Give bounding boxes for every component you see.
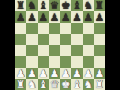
square-e8[interactable]: ♚ xyxy=(60,0,71,11)
square-b6[interactable] xyxy=(26,23,37,34)
square-c3[interactable] xyxy=(38,56,49,67)
square-a3[interactable] xyxy=(15,56,26,67)
chess-board: ♜♞♝♛♚♝♞♜♟♟♟♟♟♟♟♟♟♟♟♟♟♟♟♟♜♞♝♛♚♝♞♜ xyxy=(15,0,105,90)
white-pawn-piece: ♟ xyxy=(27,68,36,78)
black-rook-piece: ♜ xyxy=(95,0,104,10)
square-c7[interactable]: ♟ xyxy=(38,11,49,22)
black-pawn-piece: ♟ xyxy=(95,11,104,21)
square-e7[interactable]: ♟ xyxy=(60,11,71,22)
square-d6[interactable] xyxy=(49,23,60,34)
white-bishop-piece: ♝ xyxy=(72,79,81,89)
square-e3[interactable] xyxy=(60,56,71,67)
black-king-piece: ♚ xyxy=(61,0,70,10)
square-g2[interactable]: ♟ xyxy=(83,68,94,79)
black-pawn-piece: ♟ xyxy=(83,11,92,21)
square-c4[interactable] xyxy=(38,45,49,56)
white-bishop-piece: ♝ xyxy=(38,79,47,89)
black-rook-piece: ♜ xyxy=(16,0,25,10)
square-g3[interactable] xyxy=(83,56,94,67)
black-pawn-piece: ♟ xyxy=(50,11,59,21)
square-f1[interactable]: ♝ xyxy=(71,79,82,90)
black-pawn-piece: ♟ xyxy=(27,11,36,21)
square-h1[interactable]: ♜ xyxy=(94,79,105,90)
square-f8[interactable]: ♝ xyxy=(71,0,82,11)
white-queen-piece: ♛ xyxy=(50,79,59,89)
square-e5[interactable] xyxy=(60,34,71,45)
square-h3[interactable] xyxy=(94,56,105,67)
letterbox-right xyxy=(105,0,120,90)
square-d5[interactable] xyxy=(49,34,60,45)
square-g4[interactable] xyxy=(83,45,94,56)
square-c6[interactable] xyxy=(38,23,49,34)
square-a6[interactable] xyxy=(15,23,26,34)
white-king-piece: ♚ xyxy=(61,79,70,89)
black-bishop-piece: ♝ xyxy=(38,0,47,10)
square-d4[interactable] xyxy=(49,45,60,56)
black-pawn-piece: ♟ xyxy=(61,11,70,21)
square-h8[interactable]: ♜ xyxy=(94,0,105,11)
square-b3[interactable] xyxy=(26,56,37,67)
square-c2[interactable]: ♟ xyxy=(38,68,49,79)
black-knight-piece: ♞ xyxy=(83,0,92,10)
square-f5[interactable] xyxy=(71,34,82,45)
square-g6[interactable] xyxy=(83,23,94,34)
square-h2[interactable]: ♟ xyxy=(94,68,105,79)
white-knight-piece: ♞ xyxy=(83,79,92,89)
square-b8[interactable]: ♞ xyxy=(26,0,37,11)
square-d1[interactable]: ♛ xyxy=(49,79,60,90)
white-pawn-piece: ♟ xyxy=(61,68,70,78)
black-pawn-piece: ♟ xyxy=(16,11,25,21)
square-e6[interactable] xyxy=(60,23,71,34)
square-e1[interactable]: ♚ xyxy=(60,79,71,90)
white-rook-piece: ♜ xyxy=(16,79,25,89)
square-a7[interactable]: ♟ xyxy=(15,11,26,22)
square-e4[interactable] xyxy=(60,45,71,56)
square-a4[interactable] xyxy=(15,45,26,56)
square-a2[interactable]: ♟ xyxy=(15,68,26,79)
white-pawn-piece: ♟ xyxy=(16,68,25,78)
square-f6[interactable] xyxy=(71,23,82,34)
square-g5[interactable] xyxy=(83,34,94,45)
square-a1[interactable]: ♜ xyxy=(15,79,26,90)
black-pawn-piece: ♟ xyxy=(38,11,47,21)
square-c1[interactable]: ♝ xyxy=(38,79,49,90)
letterbox-left xyxy=(0,0,15,90)
square-c8[interactable]: ♝ xyxy=(38,0,49,11)
square-c5[interactable] xyxy=(38,34,49,45)
white-rook-piece: ♜ xyxy=(95,79,104,89)
white-pawn-piece: ♟ xyxy=(95,68,104,78)
white-knight-piece: ♞ xyxy=(27,79,36,89)
square-f2[interactable]: ♟ xyxy=(71,68,82,79)
square-h4[interactable] xyxy=(94,45,105,56)
square-g8[interactable]: ♞ xyxy=(83,0,94,11)
square-h6[interactable] xyxy=(94,23,105,34)
black-bishop-piece: ♝ xyxy=(72,0,81,10)
square-b5[interactable] xyxy=(26,34,37,45)
square-b2[interactable]: ♟ xyxy=(26,68,37,79)
square-d7[interactable]: ♟ xyxy=(49,11,60,22)
black-queen-piece: ♛ xyxy=(50,0,59,10)
white-pawn-piece: ♟ xyxy=(72,68,81,78)
square-b7[interactable]: ♟ xyxy=(26,11,37,22)
square-h5[interactable] xyxy=(94,34,105,45)
square-g1[interactable]: ♞ xyxy=(83,79,94,90)
square-e2[interactable]: ♟ xyxy=(60,68,71,79)
square-g7[interactable]: ♟ xyxy=(83,11,94,22)
white-pawn-piece: ♟ xyxy=(50,68,59,78)
square-b4[interactable] xyxy=(26,45,37,56)
black-pawn-piece: ♟ xyxy=(72,11,81,21)
square-f3[interactable] xyxy=(71,56,82,67)
square-f7[interactable]: ♟ xyxy=(71,11,82,22)
square-a5[interactable] xyxy=(15,34,26,45)
square-d3[interactable] xyxy=(49,56,60,67)
square-h7[interactable]: ♟ xyxy=(94,11,105,22)
square-d8[interactable]: ♛ xyxy=(49,0,60,11)
video-frame: ♜♞♝♛♚♝♞♜♟♟♟♟♟♟♟♟♟♟♟♟♟♟♟♟♜♞♝♛♚♝♞♜ xyxy=(0,0,120,90)
square-f4[interactable] xyxy=(71,45,82,56)
white-pawn-piece: ♟ xyxy=(38,68,47,78)
black-knight-piece: ♞ xyxy=(27,0,36,10)
square-d2[interactable]: ♟ xyxy=(49,68,60,79)
white-pawn-piece: ♟ xyxy=(83,68,92,78)
square-b1[interactable]: ♞ xyxy=(26,79,37,90)
square-a8[interactable]: ♜ xyxy=(15,0,26,11)
